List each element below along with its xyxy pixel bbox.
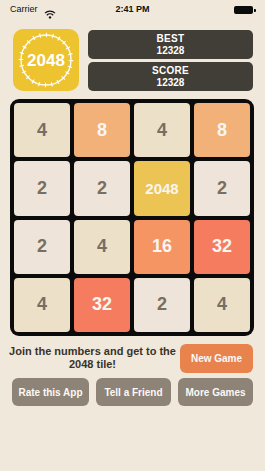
tile-r1c3: 4 (134, 103, 190, 157)
clock-time: 2:41 PM (0, 4, 265, 14)
tile-r2c2: 2 (74, 161, 130, 215)
tile-r3c4: 32 (194, 220, 250, 274)
current-score-box: SCORE 12328 (88, 62, 253, 91)
tile-r1c4: 8 (194, 103, 250, 157)
status-bar: Carrier 2:41 PM (0, 0, 265, 20)
rate-this-app-button[interactable]: Rate this App (12, 378, 89, 406)
tile-r3c1: 2 (14, 220, 70, 274)
best-value: 12328 (88, 45, 253, 56)
tile-r1c2: 8 (74, 103, 130, 157)
tile-r3c3: 16 (134, 220, 190, 274)
tile-r3c2: 4 (74, 220, 130, 274)
best-score-box: BEST 12328 (88, 30, 253, 59)
tile-r1c1: 4 (14, 103, 70, 157)
tile-r4c2: 32 (74, 278, 130, 332)
instruction-text: Join the numbers and get to the 2048 til… (9, 345, 176, 371)
tile-r4c3: 2 (134, 278, 190, 332)
app-icon: 2048 (13, 29, 79, 91)
tile-r2c1: 2 (14, 161, 70, 215)
tell-a-friend-button[interactable]: Tell a Friend (96, 378, 171, 406)
board-grid[interactable]: 4848222048224163243224 (10, 99, 254, 336)
tile-r2c3: 2048 (134, 161, 190, 215)
app-screen: Carrier 2:41 PM 2048 BEST 12328 SCORE 12… (0, 0, 265, 471)
app-icon-label: 2048 (27, 51, 65, 70)
new-game-button[interactable]: New Game (180, 344, 253, 373)
tile-r2c4: 2 (194, 161, 250, 215)
score-label: SCORE (88, 65, 253, 77)
score-value: 12328 (88, 77, 253, 88)
more-games-button[interactable]: More Games (178, 378, 253, 406)
tile-r4c4: 4 (194, 278, 250, 332)
best-label: BEST (88, 33, 253, 45)
battery-icon (234, 6, 253, 14)
tile-r4c1: 4 (14, 278, 70, 332)
